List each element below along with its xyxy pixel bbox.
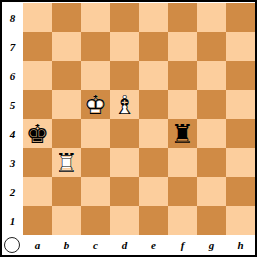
rank-label-4: 4 bbox=[2, 119, 23, 148]
white-to-move-indicator bbox=[4, 237, 20, 253]
square-h6[interactable] bbox=[226, 61, 255, 90]
square-h5[interactable] bbox=[226, 90, 255, 119]
file-label-h: h bbox=[226, 235, 255, 255]
file-label-a: a bbox=[23, 235, 52, 255]
rank-labels: 87654321 bbox=[2, 3, 23, 235]
square-c4[interactable] bbox=[81, 119, 110, 148]
square-h1[interactable] bbox=[226, 206, 255, 235]
white-bishop-outline-glyph: ♗ bbox=[110, 90, 139, 119]
square-f3[interactable] bbox=[168, 148, 197, 177]
square-e8[interactable] bbox=[139, 3, 168, 32]
square-g4[interactable] bbox=[197, 119, 226, 148]
rank-label-3: 3 bbox=[2, 148, 23, 177]
square-e6[interactable] bbox=[139, 61, 168, 90]
square-b5[interactable] bbox=[52, 90, 81, 119]
square-b6[interactable] bbox=[52, 61, 81, 90]
square-a8[interactable] bbox=[23, 3, 52, 32]
square-d5[interactable]: ♝♗ bbox=[110, 90, 139, 119]
white-rook-outline-glyph: ♖ bbox=[52, 148, 81, 177]
square-f6[interactable] bbox=[168, 61, 197, 90]
square-g1[interactable] bbox=[197, 206, 226, 235]
square-g6[interactable] bbox=[197, 61, 226, 90]
square-a5[interactable] bbox=[23, 90, 52, 119]
rank-label-7: 7 bbox=[2, 32, 23, 61]
square-f8[interactable] bbox=[168, 3, 197, 32]
square-f5[interactable] bbox=[168, 90, 197, 119]
square-d4[interactable] bbox=[110, 119, 139, 148]
square-c5[interactable]: ♚♔ bbox=[81, 90, 110, 119]
chess-diagram: 87654321 ♚♔♝♗♚♜♜♖ abcdefgh bbox=[0, 0, 257, 257]
square-e2[interactable] bbox=[139, 177, 168, 206]
square-a7[interactable] bbox=[23, 32, 52, 61]
square-b8[interactable] bbox=[52, 3, 81, 32]
square-f2[interactable] bbox=[168, 177, 197, 206]
square-c8[interactable] bbox=[81, 3, 110, 32]
file-labels: abcdefgh bbox=[23, 235, 255, 255]
square-b2[interactable] bbox=[52, 177, 81, 206]
black-king-glyph: ♚ bbox=[23, 119, 52, 148]
white-bishop: ♝♗ bbox=[110, 90, 139, 119]
square-d3[interactable] bbox=[110, 148, 139, 177]
file-label-b: b bbox=[52, 235, 81, 255]
square-a3[interactable] bbox=[23, 148, 52, 177]
square-h3[interactable] bbox=[226, 148, 255, 177]
square-g5[interactable] bbox=[197, 90, 226, 119]
square-a4[interactable]: ♚ bbox=[23, 119, 52, 148]
file-label-c: c bbox=[81, 235, 110, 255]
file-label-d: d bbox=[110, 235, 139, 255]
square-e7[interactable] bbox=[139, 32, 168, 61]
square-e3[interactable] bbox=[139, 148, 168, 177]
rank-label-8: 8 bbox=[2, 3, 23, 32]
square-g7[interactable] bbox=[197, 32, 226, 61]
file-label-e: e bbox=[139, 235, 168, 255]
square-f1[interactable] bbox=[168, 206, 197, 235]
square-a6[interactable] bbox=[23, 61, 52, 90]
square-h7[interactable] bbox=[226, 32, 255, 61]
square-d2[interactable] bbox=[110, 177, 139, 206]
square-f4[interactable]: ♜ bbox=[168, 119, 197, 148]
chess-board: ♚♔♝♗♚♜♜♖ bbox=[23, 3, 255, 235]
square-f7[interactable] bbox=[168, 32, 197, 61]
file-label-f: f bbox=[168, 235, 197, 255]
square-g3[interactable] bbox=[197, 148, 226, 177]
square-g8[interactable] bbox=[197, 3, 226, 32]
black-king: ♚ bbox=[23, 119, 52, 148]
square-a2[interactable] bbox=[23, 177, 52, 206]
square-h2[interactable] bbox=[226, 177, 255, 206]
square-b3[interactable]: ♜♖ bbox=[52, 148, 81, 177]
square-d6[interactable] bbox=[110, 61, 139, 90]
white-king: ♚♔ bbox=[81, 90, 110, 119]
square-d1[interactable] bbox=[110, 206, 139, 235]
rank-label-5: 5 bbox=[2, 90, 23, 119]
square-e4[interactable] bbox=[139, 119, 168, 148]
white-king-outline-glyph: ♔ bbox=[81, 90, 110, 119]
square-c3[interactable] bbox=[81, 148, 110, 177]
rank-label-6: 6 bbox=[2, 61, 23, 90]
white-rook: ♜♖ bbox=[52, 148, 81, 177]
square-c7[interactable] bbox=[81, 32, 110, 61]
square-b7[interactable] bbox=[52, 32, 81, 61]
square-b4[interactable] bbox=[52, 119, 81, 148]
square-h8[interactable] bbox=[226, 3, 255, 32]
square-e1[interactable] bbox=[139, 206, 168, 235]
square-d8[interactable] bbox=[110, 3, 139, 32]
square-b1[interactable] bbox=[52, 206, 81, 235]
file-label-g: g bbox=[197, 235, 226, 255]
square-g2[interactable] bbox=[197, 177, 226, 206]
rank-label-2: 2 bbox=[2, 177, 23, 206]
square-d7[interactable] bbox=[110, 32, 139, 61]
square-h4[interactable] bbox=[226, 119, 255, 148]
black-rook-glyph: ♜ bbox=[168, 119, 197, 148]
square-c2[interactable] bbox=[81, 177, 110, 206]
rank-label-1: 1 bbox=[2, 206, 23, 235]
black-rook: ♜ bbox=[168, 119, 197, 148]
square-c6[interactable] bbox=[81, 61, 110, 90]
square-e5[interactable] bbox=[139, 90, 168, 119]
square-a1[interactable] bbox=[23, 206, 52, 235]
square-c1[interactable] bbox=[81, 206, 110, 235]
